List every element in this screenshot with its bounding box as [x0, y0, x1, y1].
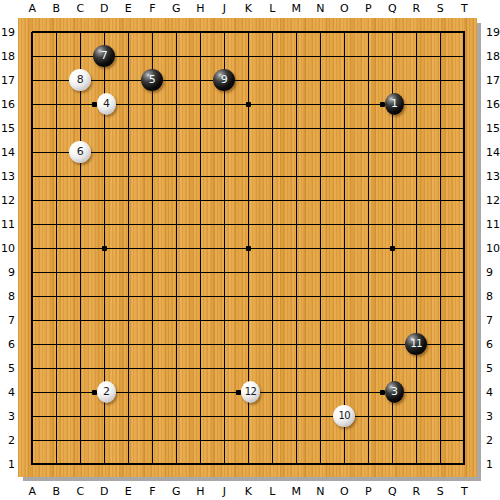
- intersection-J18[interactable]: [212, 44, 236, 68]
- intersection-B11[interactable]: [44, 212, 68, 236]
- intersection-K2[interactable]: [236, 428, 260, 452]
- intersection-C6[interactable]: [68, 332, 92, 356]
- intersection-P19[interactable]: [356, 20, 380, 44]
- intersection-F15[interactable]: [140, 116, 164, 140]
- intersection-E6[interactable]: [116, 332, 140, 356]
- intersection-T14[interactable]: [452, 140, 476, 164]
- intersection-F8[interactable]: [140, 284, 164, 308]
- intersection-F4[interactable]: [140, 380, 164, 404]
- stone-black-7[interactable]: 7: [93, 45, 115, 67]
- intersection-E4[interactable]: [116, 380, 140, 404]
- intersection-H11[interactable]: [188, 212, 212, 236]
- intersection-G1[interactable]: [164, 452, 188, 476]
- intersection-F17[interactable]: 5: [140, 68, 164, 92]
- intersection-O16[interactable]: [332, 92, 356, 116]
- intersection-O3[interactable]: 10: [332, 404, 356, 428]
- intersection-R14[interactable]: [404, 140, 428, 164]
- intersection-S5[interactable]: [428, 356, 452, 380]
- intersection-S16[interactable]: [428, 92, 452, 116]
- stone-white-10[interactable]: 10: [333, 405, 355, 427]
- intersection-J7[interactable]: [212, 308, 236, 332]
- intersection-E19[interactable]: [116, 20, 140, 44]
- intersection-J11[interactable]: [212, 212, 236, 236]
- intersection-N10[interactable]: [308, 236, 332, 260]
- intersection-L10[interactable]: [260, 236, 284, 260]
- intersection-G19[interactable]: [164, 20, 188, 44]
- intersection-B19[interactable]: [44, 20, 68, 44]
- intersection-C11[interactable]: [68, 212, 92, 236]
- intersection-L12[interactable]: [260, 188, 284, 212]
- intersection-G15[interactable]: [164, 116, 188, 140]
- intersection-J6[interactable]: [212, 332, 236, 356]
- intersection-N13[interactable]: [308, 164, 332, 188]
- intersection-P13[interactable]: [356, 164, 380, 188]
- intersection-L5[interactable]: [260, 356, 284, 380]
- intersection-K15[interactable]: [236, 116, 260, 140]
- intersection-K3[interactable]: [236, 404, 260, 428]
- intersection-M9[interactable]: [284, 260, 308, 284]
- intersection-Q12[interactable]: [380, 188, 404, 212]
- intersection-S14[interactable]: [428, 140, 452, 164]
- intersection-H2[interactable]: [188, 428, 212, 452]
- intersection-O14[interactable]: [332, 140, 356, 164]
- stone-black-3[interactable]: 3: [385, 381, 405, 403]
- intersection-F13[interactable]: [140, 164, 164, 188]
- intersection-Q4[interactable]: 3: [380, 380, 404, 404]
- intersection-G14[interactable]: [164, 140, 188, 164]
- intersection-A4[interactable]: [20, 380, 44, 404]
- intersection-Q14[interactable]: [380, 140, 404, 164]
- intersection-S19[interactable]: [428, 20, 452, 44]
- intersection-H14[interactable]: [188, 140, 212, 164]
- intersection-H17[interactable]: [188, 68, 212, 92]
- intersection-H3[interactable]: [188, 404, 212, 428]
- intersection-R19[interactable]: [404, 20, 428, 44]
- intersection-J13[interactable]: [212, 164, 236, 188]
- intersection-T3[interactable]: [452, 404, 476, 428]
- intersection-L7[interactable]: [260, 308, 284, 332]
- intersection-L19[interactable]: [260, 20, 284, 44]
- intersection-F10[interactable]: [140, 236, 164, 260]
- intersection-C19[interactable]: [68, 20, 92, 44]
- intersection-F6[interactable]: [140, 332, 164, 356]
- intersection-D19[interactable]: [92, 20, 116, 44]
- intersection-L6[interactable]: [260, 332, 284, 356]
- intersection-A10[interactable]: [20, 236, 44, 260]
- intersection-G4[interactable]: [164, 380, 188, 404]
- intersection-F5[interactable]: [140, 356, 164, 380]
- intersection-C17[interactable]: 8: [68, 68, 92, 92]
- intersection-H8[interactable]: [188, 284, 212, 308]
- intersection-O9[interactable]: [332, 260, 356, 284]
- intersection-C15[interactable]: [68, 116, 92, 140]
- intersection-M3[interactable]: [284, 404, 308, 428]
- intersection-J10[interactable]: [212, 236, 236, 260]
- intersection-S10[interactable]: [428, 236, 452, 260]
- intersection-G16[interactable]: [164, 92, 188, 116]
- intersection-N6[interactable]: [308, 332, 332, 356]
- intersection-A12[interactable]: [20, 188, 44, 212]
- intersection-F12[interactable]: [140, 188, 164, 212]
- intersection-Q10[interactable]: [380, 236, 404, 260]
- intersection-K17[interactable]: [236, 68, 260, 92]
- intersection-C14[interactable]: 6: [68, 140, 92, 164]
- intersection-E10[interactable]: [116, 236, 140, 260]
- intersection-D18[interactable]: 7: [92, 44, 116, 68]
- intersection-Q13[interactable]: [380, 164, 404, 188]
- intersection-K1[interactable]: [236, 452, 260, 476]
- intersection-Q3[interactable]: [380, 404, 404, 428]
- intersection-T10[interactable]: [452, 236, 476, 260]
- intersection-K7[interactable]: [236, 308, 260, 332]
- intersection-P1[interactable]: [356, 452, 380, 476]
- intersection-D15[interactable]: [92, 116, 116, 140]
- intersection-E5[interactable]: [116, 356, 140, 380]
- intersection-B15[interactable]: [44, 116, 68, 140]
- intersection-P4[interactable]: [356, 380, 380, 404]
- intersection-G18[interactable]: [164, 44, 188, 68]
- intersection-N7[interactable]: [308, 308, 332, 332]
- intersection-L17[interactable]: [260, 68, 284, 92]
- intersection-S8[interactable]: [428, 284, 452, 308]
- go-board[interactable]: 785941611212310: [18, 18, 477, 477]
- intersection-S17[interactable]: [428, 68, 452, 92]
- intersection-P8[interactable]: [356, 284, 380, 308]
- intersection-C18[interactable]: [68, 44, 92, 68]
- intersection-T17[interactable]: [452, 68, 476, 92]
- intersection-M14[interactable]: [284, 140, 308, 164]
- intersection-E15[interactable]: [116, 116, 140, 140]
- intersection-B12[interactable]: [44, 188, 68, 212]
- intersection-D13[interactable]: [92, 164, 116, 188]
- intersection-P5[interactable]: [356, 356, 380, 380]
- intersection-R1[interactable]: [404, 452, 428, 476]
- intersection-T2[interactable]: [452, 428, 476, 452]
- intersection-A16[interactable]: [20, 92, 44, 116]
- intersection-T7[interactable]: [452, 308, 476, 332]
- intersection-T4[interactable]: [452, 380, 476, 404]
- stone-white-12[interactable]: 12: [241, 381, 261, 403]
- intersection-N8[interactable]: [308, 284, 332, 308]
- intersection-A6[interactable]: [20, 332, 44, 356]
- intersection-K9[interactable]: [236, 260, 260, 284]
- intersection-H12[interactable]: [188, 188, 212, 212]
- intersection-N2[interactable]: [308, 428, 332, 452]
- intersection-R3[interactable]: [404, 404, 428, 428]
- intersection-A13[interactable]: [20, 164, 44, 188]
- intersection-B2[interactable]: [44, 428, 68, 452]
- intersection-O8[interactable]: [332, 284, 356, 308]
- intersection-R17[interactable]: [404, 68, 428, 92]
- intersection-B13[interactable]: [44, 164, 68, 188]
- intersection-D14[interactable]: [92, 140, 116, 164]
- intersection-L2[interactable]: [260, 428, 284, 452]
- intersection-R10[interactable]: [404, 236, 428, 260]
- intersection-B6[interactable]: [44, 332, 68, 356]
- intersection-P17[interactable]: [356, 68, 380, 92]
- intersection-L1[interactable]: [260, 452, 284, 476]
- intersection-T5[interactable]: [452, 356, 476, 380]
- intersection-J14[interactable]: [212, 140, 236, 164]
- intersection-S9[interactable]: [428, 260, 452, 284]
- intersection-Q17[interactable]: [380, 68, 404, 92]
- intersection-F2[interactable]: [140, 428, 164, 452]
- intersection-N17[interactable]: [308, 68, 332, 92]
- intersection-R13[interactable]: [404, 164, 428, 188]
- intersection-L11[interactable]: [260, 212, 284, 236]
- intersection-K11[interactable]: [236, 212, 260, 236]
- intersection-K5[interactable]: [236, 356, 260, 380]
- intersection-S18[interactable]: [428, 44, 452, 68]
- intersection-B3[interactable]: [44, 404, 68, 428]
- intersection-O5[interactable]: [332, 356, 356, 380]
- intersection-K12[interactable]: [236, 188, 260, 212]
- intersection-M5[interactable]: [284, 356, 308, 380]
- intersection-L9[interactable]: [260, 260, 284, 284]
- intersection-A14[interactable]: [20, 140, 44, 164]
- intersection-A17[interactable]: [20, 68, 44, 92]
- intersection-A1[interactable]: [20, 452, 44, 476]
- intersection-P14[interactable]: [356, 140, 380, 164]
- intersection-R11[interactable]: [404, 212, 428, 236]
- intersection-C3[interactable]: [68, 404, 92, 428]
- intersection-E9[interactable]: [116, 260, 140, 284]
- intersection-D16[interactable]: 4: [92, 92, 116, 116]
- intersection-N16[interactable]: [308, 92, 332, 116]
- intersection-F9[interactable]: [140, 260, 164, 284]
- intersection-G17[interactable]: [164, 68, 188, 92]
- intersection-J19[interactable]: [212, 20, 236, 44]
- intersection-L13[interactable]: [260, 164, 284, 188]
- intersection-T9[interactable]: [452, 260, 476, 284]
- stone-white-2[interactable]: 2: [97, 381, 117, 403]
- intersection-L8[interactable]: [260, 284, 284, 308]
- intersection-A2[interactable]: [20, 428, 44, 452]
- intersection-D9[interactable]: [92, 260, 116, 284]
- intersection-D8[interactable]: [92, 284, 116, 308]
- intersection-Q5[interactable]: [380, 356, 404, 380]
- intersection-G13[interactable]: [164, 164, 188, 188]
- intersection-B9[interactable]: [44, 260, 68, 284]
- intersection-C9[interactable]: [68, 260, 92, 284]
- intersection-H13[interactable]: [188, 164, 212, 188]
- stone-black-1[interactable]: 1: [385, 93, 405, 115]
- intersection-M18[interactable]: [284, 44, 308, 68]
- intersection-N12[interactable]: [308, 188, 332, 212]
- intersection-T11[interactable]: [452, 212, 476, 236]
- intersection-P10[interactable]: [356, 236, 380, 260]
- intersection-Q2[interactable]: [380, 428, 404, 452]
- intersection-J15[interactable]: [212, 116, 236, 140]
- stone-white-4[interactable]: 4: [97, 93, 117, 115]
- intersection-Q18[interactable]: [380, 44, 404, 68]
- intersection-S12[interactable]: [428, 188, 452, 212]
- intersection-R5[interactable]: [404, 356, 428, 380]
- intersection-N1[interactable]: [308, 452, 332, 476]
- intersection-P18[interactable]: [356, 44, 380, 68]
- intersection-P9[interactable]: [356, 260, 380, 284]
- intersection-O1[interactable]: [332, 452, 356, 476]
- intersection-N18[interactable]: [308, 44, 332, 68]
- intersection-C12[interactable]: [68, 188, 92, 212]
- intersection-D5[interactable]: [92, 356, 116, 380]
- intersection-F3[interactable]: [140, 404, 164, 428]
- intersection-N11[interactable]: [308, 212, 332, 236]
- intersection-H19[interactable]: [188, 20, 212, 44]
- intersection-B16[interactable]: [44, 92, 68, 116]
- intersection-O15[interactable]: [332, 116, 356, 140]
- intersection-R4[interactable]: [404, 380, 428, 404]
- intersection-B18[interactable]: [44, 44, 68, 68]
- intersection-C7[interactable]: [68, 308, 92, 332]
- intersection-T8[interactable]: [452, 284, 476, 308]
- intersection-J9[interactable]: [212, 260, 236, 284]
- intersection-G2[interactable]: [164, 428, 188, 452]
- intersection-O12[interactable]: [332, 188, 356, 212]
- intersection-N14[interactable]: [308, 140, 332, 164]
- intersection-C2[interactable]: [68, 428, 92, 452]
- intersection-D4[interactable]: 2: [92, 380, 116, 404]
- intersection-J2[interactable]: [212, 428, 236, 452]
- intersection-Q19[interactable]: [380, 20, 404, 44]
- intersection-D3[interactable]: [92, 404, 116, 428]
- intersection-H15[interactable]: [188, 116, 212, 140]
- intersection-C1[interactable]: [68, 452, 92, 476]
- intersection-S3[interactable]: [428, 404, 452, 428]
- intersection-J4[interactable]: [212, 380, 236, 404]
- intersection-C5[interactable]: [68, 356, 92, 380]
- intersection-M16[interactable]: [284, 92, 308, 116]
- intersection-C4[interactable]: [68, 380, 92, 404]
- intersection-O2[interactable]: [332, 428, 356, 452]
- intersection-A3[interactable]: [20, 404, 44, 428]
- intersection-L18[interactable]: [260, 44, 284, 68]
- intersection-J8[interactable]: [212, 284, 236, 308]
- intersection-Q8[interactable]: [380, 284, 404, 308]
- intersection-T1[interactable]: [452, 452, 476, 476]
- intersection-J1[interactable]: [212, 452, 236, 476]
- intersection-G10[interactable]: [164, 236, 188, 260]
- intersection-K13[interactable]: [236, 164, 260, 188]
- intersection-N9[interactable]: [308, 260, 332, 284]
- intersection-Q6[interactable]: [380, 332, 404, 356]
- intersection-N5[interactable]: [308, 356, 332, 380]
- intersection-O4[interactable]: [332, 380, 356, 404]
- intersection-G9[interactable]: [164, 260, 188, 284]
- intersection-O11[interactable]: [332, 212, 356, 236]
- intersection-B4[interactable]: [44, 380, 68, 404]
- intersection-K10[interactable]: [236, 236, 260, 260]
- intersection-N19[interactable]: [308, 20, 332, 44]
- intersection-D17[interactable]: [92, 68, 116, 92]
- intersection-K16[interactable]: [236, 92, 260, 116]
- intersection-N15[interactable]: [308, 116, 332, 140]
- intersection-H18[interactable]: [188, 44, 212, 68]
- intersection-Q11[interactable]: [380, 212, 404, 236]
- intersection-A8[interactable]: [20, 284, 44, 308]
- intersection-J12[interactable]: [212, 188, 236, 212]
- intersection-F7[interactable]: [140, 308, 164, 332]
- intersection-M15[interactable]: [284, 116, 308, 140]
- intersection-G7[interactable]: [164, 308, 188, 332]
- intersection-A18[interactable]: [20, 44, 44, 68]
- intersection-T12[interactable]: [452, 188, 476, 212]
- intersection-D11[interactable]: [92, 212, 116, 236]
- intersection-O19[interactable]: [332, 20, 356, 44]
- intersection-M12[interactable]: [284, 188, 308, 212]
- intersection-O6[interactable]: [332, 332, 356, 356]
- intersection-R18[interactable]: [404, 44, 428, 68]
- intersection-F14[interactable]: [140, 140, 164, 164]
- intersection-J16[interactable]: [212, 92, 236, 116]
- intersection-D6[interactable]: [92, 332, 116, 356]
- intersection-G5[interactable]: [164, 356, 188, 380]
- intersection-M10[interactable]: [284, 236, 308, 260]
- intersection-H5[interactable]: [188, 356, 212, 380]
- intersection-N3[interactable]: [308, 404, 332, 428]
- intersection-M6[interactable]: [284, 332, 308, 356]
- stone-white-8[interactable]: 8: [69, 69, 91, 91]
- intersection-R8[interactable]: [404, 284, 428, 308]
- intersection-K4[interactable]: 12: [236, 380, 260, 404]
- intersection-P16[interactable]: [356, 92, 380, 116]
- stone-black-9[interactable]: 9: [213, 69, 235, 91]
- intersection-T6[interactable]: [452, 332, 476, 356]
- intersection-L4[interactable]: [260, 380, 284, 404]
- intersection-M7[interactable]: [284, 308, 308, 332]
- intersection-Q1[interactable]: [380, 452, 404, 476]
- intersection-M4[interactable]: [284, 380, 308, 404]
- intersection-S13[interactable]: [428, 164, 452, 188]
- intersection-M2[interactable]: [284, 428, 308, 452]
- intersection-C16[interactable]: [68, 92, 92, 116]
- intersection-K8[interactable]: [236, 284, 260, 308]
- intersection-R2[interactable]: [404, 428, 428, 452]
- intersection-A9[interactable]: [20, 260, 44, 284]
- intersection-J3[interactable]: [212, 404, 236, 428]
- intersection-F16[interactable]: [140, 92, 164, 116]
- intersection-Q15[interactable]: [380, 116, 404, 140]
- intersection-S2[interactable]: [428, 428, 452, 452]
- intersection-O13[interactable]: [332, 164, 356, 188]
- intersection-F18[interactable]: [140, 44, 164, 68]
- intersection-S1[interactable]: [428, 452, 452, 476]
- intersection-A5[interactable]: [20, 356, 44, 380]
- intersection-S11[interactable]: [428, 212, 452, 236]
- intersection-H7[interactable]: [188, 308, 212, 332]
- stone-white-6[interactable]: 6: [69, 141, 91, 163]
- intersection-O10[interactable]: [332, 236, 356, 260]
- intersection-R9[interactable]: [404, 260, 428, 284]
- intersection-S15[interactable]: [428, 116, 452, 140]
- intersection-L3[interactable]: [260, 404, 284, 428]
- intersection-Q16[interactable]: 1: [380, 92, 404, 116]
- intersection-E8[interactable]: [116, 284, 140, 308]
- intersection-C10[interactable]: [68, 236, 92, 260]
- intersection-T13[interactable]: [452, 164, 476, 188]
- intersection-M1[interactable]: [284, 452, 308, 476]
- intersection-P15[interactable]: [356, 116, 380, 140]
- intersection-M19[interactable]: [284, 20, 308, 44]
- intersection-F11[interactable]: [140, 212, 164, 236]
- intersection-G12[interactable]: [164, 188, 188, 212]
- intersection-R15[interactable]: [404, 116, 428, 140]
- intersection-G3[interactable]: [164, 404, 188, 428]
- intersection-O18[interactable]: [332, 44, 356, 68]
- intersection-C8[interactable]: [68, 284, 92, 308]
- intersection-Q7[interactable]: [380, 308, 404, 332]
- intersection-G11[interactable]: [164, 212, 188, 236]
